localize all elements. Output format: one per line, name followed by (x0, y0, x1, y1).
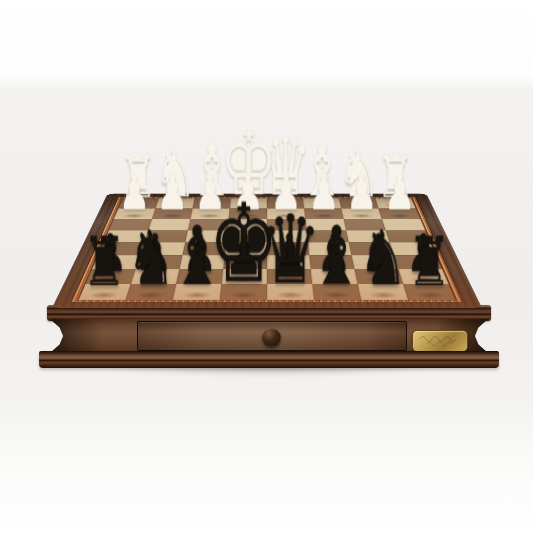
square-h6 (91, 255, 139, 269)
square-b2: ♟ (341, 208, 382, 219)
square-e2: ♟ (228, 208, 266, 219)
square-c3 (305, 219, 346, 230)
square-b1: ♞ (339, 198, 378, 208)
square-e5 (224, 242, 266, 255)
chess-board: ♜♞♝♚♛♝♞♜♟♟♟♟♟♟♟♟♟♟♟♟♟♟♟♟♜♞♝♚♛♝♞♜ (52, 194, 482, 308)
square-a8: ♜ (403, 284, 455, 300)
square-g1: ♞ (155, 198, 194, 208)
square-e4 (226, 230, 267, 242)
square-h3 (108, 219, 151, 230)
square-f1: ♝ (192, 198, 230, 208)
square-d7: ♟ (267, 269, 312, 284)
box-bottom-molding (39, 351, 499, 368)
square-g2: ♟ (152, 208, 193, 219)
square-c2: ♟ (304, 208, 343, 219)
square-a5 (389, 242, 435, 255)
square-b3 (343, 219, 385, 230)
square-g7: ♟ (130, 269, 179, 284)
square-b5 (348, 242, 393, 255)
square-c7: ♟ (310, 269, 357, 284)
square-h2: ♟ (113, 208, 155, 219)
box-front (50, 319, 488, 353)
square-g8: ♞ (125, 284, 176, 300)
square-a1: ♜ (375, 198, 415, 208)
square-b7: ♟ (354, 269, 403, 284)
brass-plaque (412, 330, 468, 352)
chess-set-product-photo: ♜♞♝♚♛♝♞♜♟♟♟♟♟♟♟♟♟♟♟♟♟♟♟♟♜♞♝♚♛♝♞♜ (0, 0, 533, 533)
square-d3 (267, 219, 307, 230)
square-d4 (267, 230, 308, 242)
square-g5 (140, 242, 185, 255)
square-b6 (351, 255, 398, 269)
square-a7: ♟ (398, 269, 448, 284)
square-b8: ♞ (357, 284, 408, 300)
square-g6 (135, 255, 182, 269)
square-d8: ♛ (267, 284, 314, 300)
square-f3 (187, 219, 228, 230)
square-f4 (185, 230, 227, 242)
square-e8: ♚ (219, 284, 266, 300)
board-frame: ♜♞♝♚♛♝♞♜♟♟♟♟♟♟♟♟♟♟♟♟♟♟♟♟♜♞♝♚♛♝♞♜ (52, 194, 482, 308)
piece-black-king-e8: ♚ (188, 194, 299, 294)
square-b4 (346, 230, 389, 242)
square-a6 (393, 255, 441, 269)
board-squares-grid: ♜♞♝♚♛♝♞♜♟♟♟♟♟♟♟♟♟♟♟♟♟♟♟♟♜♞♝♚♛♝♞♜ (77, 198, 456, 300)
square-f6 (179, 255, 224, 269)
square-e3 (227, 219, 267, 230)
square-d6 (267, 255, 311, 269)
drawer-knob (262, 328, 281, 347)
square-c6 (309, 255, 354, 269)
square-e6 (223, 255, 267, 269)
square-c4 (306, 230, 348, 242)
square-f2: ♟ (190, 208, 229, 219)
square-e1: ♚ (229, 198, 266, 208)
square-h5 (97, 242, 143, 255)
square-a4 (385, 230, 430, 242)
square-e7: ♟ (221, 269, 266, 284)
square-g4 (144, 230, 187, 242)
square-f8: ♝ (172, 284, 221, 300)
square-d1: ♛ (267, 198, 304, 208)
square-f5 (182, 242, 226, 255)
square-f7: ♟ (176, 269, 223, 284)
board-inlay-border: ♜♞♝♚♛♝♞♜♟♟♟♟♟♟♟♟♟♟♟♟♟♟♟♟♜♞♝♚♛♝♞♜ (70, 197, 463, 302)
square-h8: ♜ (78, 284, 130, 300)
square-c8: ♝ (312, 284, 361, 300)
square-g3 (148, 219, 190, 230)
square-h4 (103, 230, 148, 242)
square-h1: ♜ (118, 198, 158, 208)
left-end-cap (50, 319, 140, 353)
plaque-engraving-illegible (413, 331, 467, 351)
square-c1: ♝ (303, 198, 341, 208)
square-a3 (381, 219, 424, 230)
square-d5 (267, 242, 309, 255)
square-d2: ♟ (267, 208, 305, 219)
square-h7: ♟ (85, 269, 135, 284)
square-a2: ♟ (378, 208, 420, 219)
square-c5 (307, 242, 351, 255)
